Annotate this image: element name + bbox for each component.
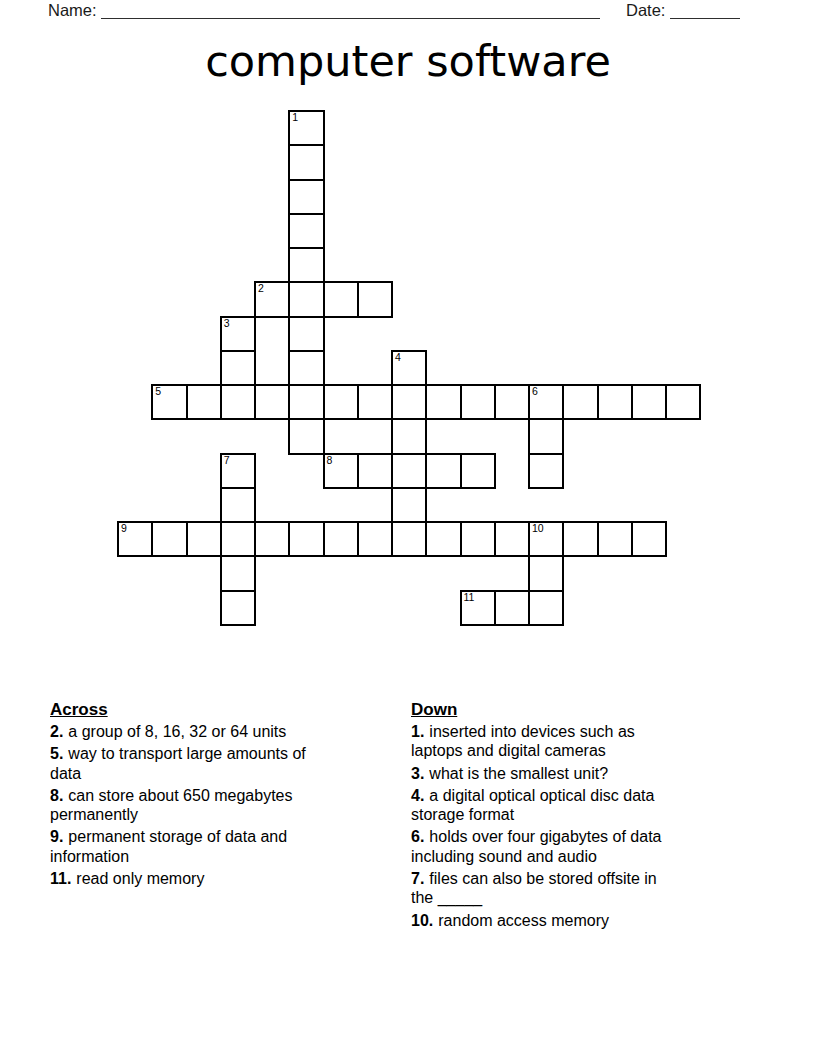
name-label: Name: xyxy=(48,1,97,20)
clue-down-3-text: what is the smallest unit? xyxy=(429,765,608,782)
grid-cell-r8c12[interactable]: 6 xyxy=(528,384,564,420)
grid-cell-r8c15[interactable] xyxy=(631,384,667,420)
grid-cell-r6c5[interactable] xyxy=(288,316,324,352)
grid-cell-r9c12[interactable] xyxy=(528,418,564,454)
clue-across-5: 5.way to transport large amounts of data xyxy=(50,744,412,783)
grid-cell-r5c6[interactable] xyxy=(323,281,359,317)
grid-cell-r12c5[interactable] xyxy=(288,521,324,557)
grid-cell-r8c4[interactable] xyxy=(254,384,290,420)
clue-number-10: 10 xyxy=(532,522,544,535)
grid-cell-r12c10[interactable] xyxy=(460,521,496,557)
grid-cell-r8c10[interactable] xyxy=(460,384,496,420)
clue-number-11: 11 xyxy=(464,591,475,604)
clue-number-8: 8 xyxy=(327,454,333,467)
grid-cell-r14c3[interactable] xyxy=(220,590,256,626)
clue-across-2: 2.a group of 8, 16, 32 or 64 units xyxy=(50,722,412,741)
grid-cell-r0c5[interactable]: 1 xyxy=(288,110,324,146)
clue-down-1-number: 1. xyxy=(411,723,424,740)
grid-cell-r8c5[interactable] xyxy=(288,384,324,420)
clue-down-4-number: 4. xyxy=(411,787,424,804)
grid-cell-r8c13[interactable] xyxy=(562,384,598,420)
clue-across-9: 9.permanent storage of data and informat… xyxy=(50,827,412,866)
clue-number-9: 9 xyxy=(121,522,127,535)
grid-cell-r3c5[interactable] xyxy=(288,213,324,249)
grid-cell-r10c3[interactable]: 7 xyxy=(220,453,256,489)
across-clues-section: Across 2.a group of 8, 16, 32 or 64 unit… xyxy=(50,701,412,891)
date-fill-line[interactable] xyxy=(670,2,740,19)
grid-cell-r10c8[interactable] xyxy=(391,453,427,489)
clue-down-4-text: a digital optical optical disc data stor… xyxy=(411,787,654,823)
across-clue-list: 2.a group of 8, 16, 32 or 64 units5.way … xyxy=(50,722,412,888)
grid-cell-r11c3[interactable] xyxy=(220,487,256,523)
clue-number-7: 7 xyxy=(224,454,230,467)
grid-cell-r12c11[interactable] xyxy=(494,521,530,557)
clue-number-5: 5 xyxy=(155,385,161,398)
grid-cell-r12c6[interactable] xyxy=(323,521,359,557)
grid-cell-r8c11[interactable] xyxy=(494,384,530,420)
down-clue-list: 1.inserted into devices such as laptops … xyxy=(411,722,773,930)
name-fill-line[interactable] xyxy=(101,2,600,19)
grid-cell-r12c15[interactable] xyxy=(631,521,667,557)
clue-down-6-text: holds over four gigabytes of data includ… xyxy=(411,828,662,864)
grid-cell-r10c12[interactable] xyxy=(528,453,564,489)
date-label: Date: xyxy=(626,1,665,20)
clue-down-1: 1.inserted into devices such as laptops … xyxy=(411,722,773,761)
grid-cell-r4c5[interactable] xyxy=(288,247,324,283)
grid-cell-r14c10[interactable]: 11 xyxy=(460,590,496,626)
clue-across-5-number: 5. xyxy=(50,745,63,762)
grid-cell-r13c3[interactable] xyxy=(220,555,256,591)
grid-cell-r10c9[interactable] xyxy=(425,453,461,489)
clue-across-11-number: 11. xyxy=(50,870,71,887)
grid-cell-r7c3[interactable] xyxy=(220,350,256,386)
clue-down-1-text: inserted into devices such as laptops an… xyxy=(411,723,635,759)
clue-down-10-number: 10. xyxy=(411,912,433,929)
clue-number-6: 6 xyxy=(532,385,538,398)
page-title: computer software xyxy=(0,36,816,86)
grid-cell-r13c12[interactable] xyxy=(528,555,564,591)
grid-cell-r12c14[interactable] xyxy=(597,521,633,557)
grid-cell-r12c13[interactable] xyxy=(562,521,598,557)
clue-across-9-text: permanent storage of data and informatio… xyxy=(50,828,287,864)
grid-cell-r8c3[interactable] xyxy=(220,384,256,420)
grid-cell-r8c1[interactable]: 5 xyxy=(151,384,187,420)
clue-number-2: 2 xyxy=(258,282,264,295)
clue-down-6: 6.holds over four gigabytes of data incl… xyxy=(411,827,773,866)
grid-cell-r5c7[interactable] xyxy=(357,281,393,317)
grid-cell-r14c12[interactable] xyxy=(528,590,564,626)
clue-number-3: 3 xyxy=(224,317,230,330)
clue-down-3: 3.what is the smallest unit? xyxy=(411,764,773,783)
grid-cell-r8c14[interactable] xyxy=(597,384,633,420)
grid-cell-r5c4[interactable]: 2 xyxy=(254,281,290,317)
grid-cell-r9c5[interactable] xyxy=(288,418,324,454)
grid-cell-r12c8[interactable] xyxy=(391,521,427,557)
clue-across-8-number: 8. xyxy=(50,787,63,804)
grid-cell-r12c1[interactable] xyxy=(151,521,187,557)
clue-down-7: 7.files can also be stored offsite in th… xyxy=(411,869,773,908)
clue-down-7-number: 7. xyxy=(411,870,424,887)
grid-cell-r8c7[interactable] xyxy=(357,384,393,420)
grid-cell-r12c4[interactable] xyxy=(254,521,290,557)
down-clues-section: Down 1.inserted into devices such as lap… xyxy=(411,701,773,933)
grid-cell-r8c9[interactable] xyxy=(425,384,461,420)
grid-cell-r7c8[interactable]: 4 xyxy=(391,350,427,386)
grid-cell-r8c8[interactable] xyxy=(391,384,427,420)
grid-cell-r12c0[interactable]: 9 xyxy=(117,521,153,557)
grid-cell-r12c3[interactable] xyxy=(220,521,256,557)
grid-cell-r5c5[interactable] xyxy=(288,281,324,317)
grid-cell-r6c3[interactable]: 3 xyxy=(220,316,256,352)
grid-cell-r12c12[interactable]: 10 xyxy=(528,521,564,557)
grid-cell-r9c8[interactable] xyxy=(391,418,427,454)
clue-down-4: 4.a digital optical optical disc data st… xyxy=(411,786,773,825)
clue-across-2-number: 2. xyxy=(50,723,63,740)
clue-down-3-number: 3. xyxy=(411,765,424,782)
grid-cell-r14c11[interactable] xyxy=(494,590,530,626)
grid-cell-r11c8[interactable] xyxy=(391,487,427,523)
grid-cell-r8c6[interactable] xyxy=(323,384,359,420)
down-heading: Down xyxy=(411,701,773,719)
grid-cell-r12c9[interactable] xyxy=(425,521,461,557)
grid-cell-r2c5[interactable] xyxy=(288,179,324,215)
across-heading: Across xyxy=(50,701,412,719)
grid-cell-r10c7[interactable] xyxy=(357,453,393,489)
clue-down-10-text: random access memory xyxy=(438,912,609,929)
clue-down-10: 10.random access memory xyxy=(411,911,773,930)
grid-cell-r8c2[interactable] xyxy=(186,384,222,420)
grid-cell-r10c10[interactable] xyxy=(460,453,496,489)
grid-cell-r7c5[interactable] xyxy=(288,350,324,386)
clue-down-6-number: 6. xyxy=(411,828,424,845)
grid-cell-r1c5[interactable] xyxy=(288,144,324,180)
grid-cell-r12c7[interactable] xyxy=(357,521,393,557)
clue-across-8-text: can store about 650 megabytes permanentl… xyxy=(50,787,293,823)
grid-cell-r10c6[interactable]: 8 xyxy=(323,453,359,489)
grid-cell-r12c2[interactable] xyxy=(186,521,222,557)
clue-number-4: 4 xyxy=(395,351,401,364)
clue-across-2-text: a group of 8, 16, 32 or 64 units xyxy=(68,723,286,740)
crossword-grid: 1234567891011 xyxy=(117,110,701,625)
clue-across-11: 11.read only memory xyxy=(50,869,412,888)
clue-across-11-text: read only memory xyxy=(76,870,204,887)
clue-across-8: 8.can store about 650 megabytes permanen… xyxy=(50,786,412,825)
clue-number-1: 1 xyxy=(292,111,298,124)
clue-across-9-number: 9. xyxy=(50,828,63,845)
clue-across-5-text: way to transport large amounts of data xyxy=(50,745,306,781)
grid-cell-r8c16[interactable] xyxy=(665,384,701,420)
clue-down-7-text: files can also be stored offsite in the … xyxy=(411,870,657,906)
